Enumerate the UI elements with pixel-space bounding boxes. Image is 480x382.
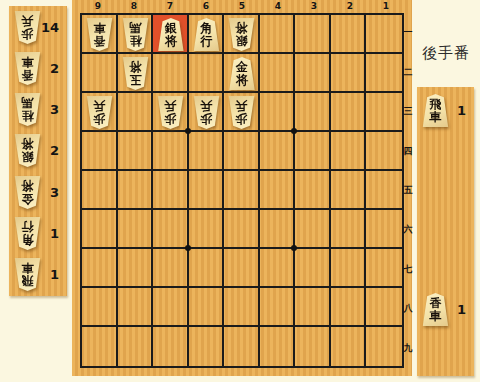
piece-kanji: 香車	[22, 56, 34, 81]
hand-count-gote-knight: 3	[50, 102, 59, 117]
hand-count-sente-lance: 1	[457, 302, 466, 317]
hand-count-gote-rook: 1	[50, 267, 59, 282]
piece-kanji: 香車	[430, 297, 442, 322]
turn-indicator: 後手番	[422, 44, 470, 63]
piece-silver-gote[interactable]: 銀将	[228, 18, 255, 51]
rook-piece-body: 飛車	[14, 258, 41, 291]
hand-count-sente-rook: 1	[457, 103, 466, 118]
hand-item-gote-rook[interactable]: 飛車1	[9, 258, 67, 291]
piece-pawn-gote[interactable]: 歩兵	[14, 11, 41, 44]
piece-kanji: 金将	[22, 179, 34, 204]
rank-label-3: 三	[403, 92, 413, 131]
piece-rook-sente[interactable]: 飛車	[422, 94, 449, 127]
piece-bishop-sente[interactable]: 角行	[193, 18, 220, 51]
hand-item-sente-rook[interactable]: 飛車1	[417, 94, 474, 127]
hand-item-gote-silver[interactable]: 銀将2	[9, 134, 67, 167]
piece-kanji: 玉将	[129, 61, 141, 86]
pawn-piece-body: 歩兵	[157, 96, 184, 129]
piece-kanji: 歩兵	[165, 100, 177, 125]
file-label-5: 5	[224, 0, 260, 12]
file-label-1: 1	[368, 0, 404, 12]
piece-pawn-gote[interactable]: 歩兵	[86, 96, 113, 129]
rank-label-4: 四	[403, 131, 413, 170]
piece-kanji: 桂馬	[129, 22, 141, 47]
silver-piece-body: 銀将	[14, 134, 41, 167]
piece-knight-gote[interactable]: 桂馬	[122, 18, 149, 51]
rank-label-8: 八	[403, 289, 413, 328]
piece-lance-gote[interactable]: 香車	[86, 18, 113, 51]
file-label-2: 2	[332, 0, 368, 12]
piece-silver-gote[interactable]: 銀将	[14, 134, 41, 167]
gold-piece-body: 金将	[228, 57, 255, 90]
rank-label-9: 九	[403, 329, 413, 368]
hoshi-dot	[185, 245, 191, 251]
hand-item-sente-lance[interactable]: 香車1	[417, 293, 474, 326]
piece-king-gote[interactable]: 玉将	[122, 57, 149, 90]
rank-label-1: 一	[403, 13, 413, 52]
pawn-piece-body: 歩兵	[193, 96, 220, 129]
lance-piece-body: 香車	[14, 52, 41, 85]
board-piece-pawn-53[interactable]: 歩兵	[224, 93, 260, 132]
piece-gold-gote[interactable]: 金将	[14, 176, 41, 209]
rank-label-5: 五	[403, 171, 413, 210]
knight-piece-body: 桂馬	[14, 93, 41, 126]
piece-pawn-gote[interactable]: 歩兵	[157, 96, 184, 129]
hoshi-dot	[291, 128, 297, 134]
file-label-6: 6	[188, 0, 224, 12]
piece-pawn-gote[interactable]: 歩兵	[228, 96, 255, 129]
lance-piece-body: 香車	[86, 18, 113, 51]
piece-bishop-gote[interactable]: 角行	[14, 217, 41, 250]
piece-kanji: 金将	[236, 61, 248, 86]
lance-piece-body: 香車	[422, 293, 449, 326]
piece-kanji: 飛車	[430, 98, 442, 123]
piece-kanji: 銀将	[165, 22, 177, 47]
piece-kanji: 飛車	[22, 262, 34, 287]
piece-kanji: 歩兵	[236, 100, 248, 125]
hand-count-gote-pawn: 14	[41, 20, 59, 35]
pawn-piece-body: 歩兵	[86, 96, 113, 129]
board-piece-bishop-61[interactable]: 角行	[189, 15, 225, 54]
rank-label-7: 七	[403, 250, 413, 289]
hand-item-gote-knight[interactable]: 桂馬3	[9, 93, 67, 126]
rank-labels: 一二三四五六七八九	[403, 13, 413, 368]
board-grid: 香車桂馬銀将角行銀将玉将金将歩兵歩兵歩兵歩兵	[80, 13, 404, 368]
board-piece-pawn-93[interactable]: 歩兵	[82, 93, 118, 132]
hand-count-gote-gold: 3	[50, 185, 59, 200]
piece-kanji: 銀将	[236, 22, 248, 47]
piece-kanji: 銀将	[22, 138, 34, 163]
hand-count-gote-bishop: 1	[50, 226, 59, 241]
file-label-8: 8	[116, 0, 152, 12]
piece-lance-sente[interactable]: 香車	[422, 293, 449, 326]
board-piece-lance-91[interactable]: 香車	[82, 15, 118, 54]
board-piece-gold-52[interactable]: 金将	[224, 54, 260, 93]
board-piece-knight-81[interactable]: 桂馬	[118, 15, 154, 54]
hand-count-gote-silver: 2	[50, 143, 59, 158]
shogi-board: 987654321 香車桂馬銀将角行銀将玉将金将歩兵歩兵歩兵歩兵 一二三四五六七…	[72, 0, 412, 376]
piece-lance-gote[interactable]: 香車	[14, 52, 41, 85]
board-piece-silver-51[interactable]: 銀将	[224, 15, 260, 54]
hand-item-gote-lance[interactable]: 香車2	[9, 52, 67, 85]
bishop-piece-body: 角行	[193, 18, 220, 51]
hoshi-dot	[291, 245, 297, 251]
board-piece-pawn-73[interactable]: 歩兵	[153, 93, 189, 132]
piece-kanji: 歩兵	[200, 100, 212, 125]
piece-kanji: 桂馬	[22, 97, 34, 122]
piece-layer: 香車桂馬銀将角行銀将玉将金将歩兵歩兵歩兵歩兵	[82, 15, 402, 366]
piece-kanji: 歩兵	[22, 15, 34, 40]
rank-label-2: 二	[403, 52, 413, 91]
piece-kanji: 角行	[22, 221, 34, 246]
piece-knight-gote[interactable]: 桂馬	[14, 93, 41, 126]
gote-captured-tray: 歩兵14香車2桂馬3銀将2金将3角行1飛車1	[9, 6, 67, 296]
gold-piece-body: 金将	[14, 176, 41, 209]
pawn-piece-body: 歩兵	[14, 11, 41, 44]
bishop-piece-body: 角行	[14, 217, 41, 250]
piece-kanji: 角行	[200, 22, 212, 47]
piece-silver-sente[interactable]: 銀将	[157, 18, 184, 51]
file-label-3: 3	[296, 0, 332, 12]
sente-captured-tray: 飛車1香車1	[417, 87, 474, 376]
piece-kanji: 歩兵	[94, 100, 106, 125]
hand-count-gote-lance: 2	[50, 61, 59, 76]
hand-item-gote-bishop[interactable]: 角行1	[9, 217, 67, 250]
hand-item-gote-gold[interactable]: 金将3	[9, 176, 67, 209]
king-piece-body: 玉将	[122, 57, 149, 90]
board-piece-silver-71[interactable]: 銀将	[153, 15, 189, 54]
board-piece-pawn-63[interactable]: 歩兵	[189, 93, 225, 132]
rank-label-6: 六	[403, 210, 413, 249]
file-label-7: 7	[152, 0, 188, 12]
board-piece-king-82[interactable]: 玉将	[118, 54, 154, 93]
rook-piece-body: 飛車	[422, 94, 449, 127]
silver-piece-body: 銀将	[228, 18, 255, 51]
knight-piece-body: 桂馬	[122, 18, 149, 51]
file-label-9: 9	[80, 0, 116, 12]
file-labels: 987654321	[80, 0, 404, 12]
piece-kanji: 香車	[94, 22, 106, 47]
piece-gold-sente[interactable]: 金将	[228, 57, 255, 90]
file-label-4: 4	[260, 0, 296, 12]
piece-rook-gote[interactable]: 飛車	[14, 258, 41, 291]
hand-item-gote-pawn[interactable]: 歩兵14	[9, 11, 67, 44]
silver-piece-body: 銀将	[157, 18, 184, 51]
pawn-piece-body: 歩兵	[228, 96, 255, 129]
piece-pawn-gote[interactable]: 歩兵	[193, 96, 220, 129]
